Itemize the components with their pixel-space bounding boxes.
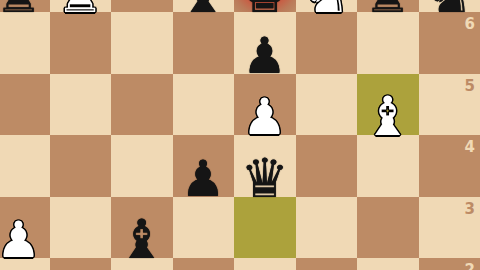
square-b3[interactable]	[50, 197, 112, 259]
piece-black-rook[interactable]: ♜	[357, 0, 419, 12]
board-viewport: ♜♜♝♚♞♜♞♟6♟♝5♟♛4♟♝32	[0, 0, 480, 270]
white-pawn-glyph: ♟	[0, 215, 41, 265]
square-a7[interactable]: ♜	[0, 0, 50, 12]
piece-black-bishop[interactable]: ♝	[173, 0, 235, 12]
rank-label-5: 5	[465, 77, 475, 95]
square-d4[interactable]: ♟	[173, 135, 235, 197]
square-g2[interactable]	[357, 258, 419, 270]
square-d7[interactable]: ♝	[173, 0, 235, 12]
piece-black-pawn[interactable]: ♟	[234, 12, 296, 74]
square-f2[interactable]	[296, 258, 358, 270]
square-f4[interactable]	[296, 135, 358, 197]
square-a4[interactable]	[0, 135, 50, 197]
square-h3[interactable]: 3	[419, 197, 480, 259]
square-h2[interactable]: 2	[419, 258, 480, 270]
black-pawn-glyph: ♟	[181, 154, 226, 204]
square-b2[interactable]	[50, 258, 112, 270]
square-e2[interactable]	[234, 258, 296, 270]
square-c6[interactable]	[111, 12, 173, 74]
square-c4[interactable]	[111, 135, 173, 197]
rank-label-4: 4	[465, 138, 475, 156]
piece-white-pawn[interactable]: ♟	[0, 197, 50, 259]
square-b7[interactable]: ♜	[50, 0, 112, 12]
black-rook-glyph: ♜	[364, 0, 412, 21]
piece-white-bishop[interactable]: ♝	[357, 74, 419, 136]
square-g7[interactable]: ♜	[357, 0, 419, 12]
black-bishop-glyph: ♝	[118, 213, 166, 267]
piece-white-knight[interactable]: ♞	[296, 0, 358, 12]
square-h7[interactable]: ♞	[419, 0, 480, 12]
square-c5[interactable]	[111, 74, 173, 136]
square-e6[interactable]: ♟	[234, 12, 296, 74]
white-rook-glyph: ♜	[56, 0, 104, 21]
square-h4[interactable]: 4	[419, 135, 480, 197]
square-f3[interactable]	[296, 197, 358, 259]
rank-label-2: 2	[465, 261, 475, 270]
black-bishop-glyph: ♝	[179, 0, 227, 21]
chess-board: ♜♜♝♚♞♜♞♟6♟♝5♟♛4♟♝32	[0, 0, 480, 270]
square-h5[interactable]: 5	[419, 74, 480, 136]
square-a3[interactable]: ♟	[0, 197, 50, 259]
square-e7[interactable]: ♚	[234, 0, 296, 12]
piece-black-rook[interactable]: ♜	[0, 0, 50, 12]
square-g3[interactable]	[357, 197, 419, 259]
square-e4[interactable]: ♛	[234, 135, 296, 197]
square-d2[interactable]	[173, 258, 235, 270]
piece-black-pawn[interactable]: ♟	[173, 135, 235, 197]
piece-black-bishop[interactable]: ♝	[111, 197, 173, 259]
black-queen-glyph: ♛	[241, 152, 289, 206]
square-c3[interactable]: ♝	[111, 197, 173, 259]
piece-black-queen[interactable]: ♛	[234, 135, 296, 197]
white-knight-glyph: ♞	[302, 0, 350, 21]
square-c7[interactable]	[111, 0, 173, 12]
black-rook-glyph: ♜	[0, 0, 43, 21]
white-bishop-glyph: ♝	[364, 90, 412, 144]
square-f7[interactable]: ♞	[296, 0, 358, 12]
piece-black-knight[interactable]: ♞	[419, 0, 480, 12]
square-g5-lastmove-highlight[interactable]: ♝	[357, 74, 419, 136]
square-d5[interactable]	[173, 74, 235, 136]
square-b5[interactable]	[50, 74, 112, 136]
piece-white-rook[interactable]: ♜	[50, 0, 112, 12]
square-e5[interactable]: ♟	[234, 74, 296, 136]
square-a5[interactable]	[0, 74, 50, 136]
rank-label-6: 6	[465, 15, 475, 33]
rank-label-3: 3	[465, 200, 475, 218]
piece-black-king[interactable]: ♚	[234, 0, 296, 12]
square-f5[interactable]	[296, 74, 358, 136]
piece-white-pawn[interactable]: ♟	[234, 74, 296, 136]
square-b4[interactable]	[50, 135, 112, 197]
